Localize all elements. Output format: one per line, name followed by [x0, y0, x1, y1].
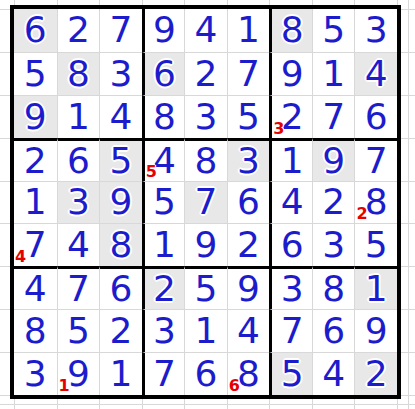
cell-r8c2[interactable]: 5 — [57, 309, 100, 352]
cell-r8c4[interactable]: 3 — [142, 309, 185, 352]
cell-value: 9 — [24, 99, 47, 135]
cell-r3c5[interactable]: 3 — [184, 95, 227, 138]
cell-r4c5[interactable]: 8 — [184, 138, 227, 181]
cell-value: 4 — [195, 12, 218, 48]
page-gridline-h — [0, 404, 415, 405]
cell-r6c7[interactable]: 6 — [269, 223, 312, 266]
cell-r9c4[interactable]: 7 — [142, 352, 185, 395]
cell-value: 1 — [153, 227, 176, 263]
cell-value: 3 — [24, 356, 47, 392]
cell-value: 6 — [322, 313, 345, 349]
cell-value: 8 — [322, 271, 345, 307]
cell-r8c6[interactable]: 4 — [227, 309, 270, 352]
cell-r7c3[interactable]: 6 — [99, 266, 142, 309]
cell-value: 2 — [153, 271, 176, 307]
page-gridline-v — [408, 0, 409, 409]
cell-r8c1[interactable]: 8 — [14, 309, 57, 352]
cell-value: 2 — [24, 143, 47, 179]
cell-r6c3[interactable]: 8 — [99, 223, 142, 266]
annotation-digit: 1 — [59, 378, 70, 394]
cell-value: 5 — [237, 99, 260, 135]
cell-r2c3[interactable]: 3 — [99, 52, 142, 95]
cell-r6c9[interactable]: 5 — [354, 223, 397, 266]
cell-r4c6[interactable]: 3 — [227, 138, 270, 181]
cell-r3c4[interactable]: 8 — [142, 95, 185, 138]
cell-r6c2[interactable]: 4 — [57, 223, 100, 266]
annotation-digit: 4 — [15, 249, 26, 265]
cell-r9c6[interactable]: 86 — [227, 352, 270, 395]
cell-value: 5 — [67, 313, 90, 349]
cell-value: 6 — [281, 227, 304, 263]
annotation-digit: 6 — [229, 378, 240, 394]
cell-r4c9[interactable]: 7 — [354, 138, 397, 181]
cell-value: 7 — [67, 271, 90, 307]
cell-value: 7 — [109, 12, 132, 48]
cell-value: 8 — [281, 12, 304, 48]
cell-value: 6 — [195, 356, 218, 392]
cell-value: 1 — [322, 56, 345, 92]
cell-r5c5[interactable]: 7 — [184, 181, 227, 224]
cell-r8c5[interactable]: 1 — [184, 309, 227, 352]
cell-value: 7 — [365, 143, 388, 179]
cell-value: 8 — [153, 99, 176, 135]
cell-r1c3[interactable]: 7 — [99, 9, 142, 52]
cell-r5c9[interactable]: 82 — [354, 181, 397, 224]
cell-r2c8[interactable]: 1 — [312, 52, 355, 95]
cell-value: 3 — [365, 12, 388, 48]
cell-r6c1[interactable]: 74 — [14, 223, 57, 266]
cell-r9c2[interactable]: 91 — [57, 352, 100, 395]
cell-value: 8 — [365, 184, 388, 220]
cell-r1c9[interactable]: 3 — [354, 9, 397, 52]
cell-r3c1[interactable]: 9 — [14, 95, 57, 138]
cell-value: 4 — [67, 227, 90, 263]
annotation-digit: 5 — [146, 164, 157, 180]
cell-r7c7[interactable]: 3 — [269, 266, 312, 309]
cell-r4c8[interactable]: 9 — [312, 138, 355, 181]
cell-r7c8[interactable]: 8 — [312, 266, 355, 309]
sudoku-page: 6279418535836279149148352376265458319713… — [0, 0, 415, 409]
cell-r7c4[interactable]: 2 — [142, 266, 185, 309]
cell-value: 1 — [365, 271, 388, 307]
cell-r2c2[interactable]: 8 — [57, 52, 100, 95]
cell-value: 4 — [237, 313, 260, 349]
cell-value: 1 — [281, 143, 304, 179]
cell-r7c2[interactable]: 7 — [57, 266, 100, 309]
cell-r7c6[interactable]: 9 — [227, 266, 270, 309]
cell-r1c1[interactable]: 6 — [14, 9, 57, 52]
cell-r8c9[interactable]: 9 — [354, 309, 397, 352]
cell-value: 5 — [322, 12, 345, 48]
cell-r1c7[interactable]: 8 — [269, 9, 312, 52]
cell-r6c5[interactable]: 9 — [184, 223, 227, 266]
cell-r1c5[interactable]: 4 — [184, 9, 227, 52]
cell-r5c4[interactable]: 5 — [142, 181, 185, 224]
cell-r5c2[interactable]: 3 — [57, 181, 100, 224]
cell-value: 5 — [365, 227, 388, 263]
cell-r2c6[interactable]: 7 — [227, 52, 270, 95]
cell-r9c8[interactable]: 4 — [312, 352, 355, 395]
cell-r9c5[interactable]: 6 — [184, 352, 227, 395]
cell-value: 2 — [237, 227, 260, 263]
cell-r7c5[interactable]: 5 — [184, 266, 227, 309]
cell-value: 6 — [109, 271, 132, 307]
cell-value: 6 — [67, 143, 90, 179]
cell-r3c9[interactable]: 6 — [354, 95, 397, 138]
annotation-digit: 2 — [356, 206, 367, 222]
cell-r6c8[interactable]: 3 — [312, 223, 355, 266]
cell-r2c1[interactable]: 5 — [14, 52, 57, 95]
cell-value: 3 — [281, 271, 304, 307]
cell-value: 5 — [153, 184, 176, 220]
cell-r6c4[interactable]: 1 — [142, 223, 185, 266]
cell-r2c4[interactable]: 6 — [142, 52, 185, 95]
cell-value: 9 — [153, 12, 176, 48]
cell-value: 9 — [109, 184, 132, 220]
cell-r1c6[interactable]: 1 — [227, 9, 270, 52]
cell-r9c3[interactable]: 1 — [99, 352, 142, 395]
cell-value: 1 — [195, 313, 218, 349]
cell-value: 5 — [195, 271, 218, 307]
cell-value: 4 — [365, 56, 388, 92]
cell-r5c3[interactable]: 9 — [99, 181, 142, 224]
cell-value: 4 — [24, 271, 47, 307]
cell-r4c1[interactable]: 2 — [14, 138, 57, 181]
cell-value: 5 — [24, 56, 47, 92]
cell-value: 5 — [281, 356, 304, 392]
cell-r7c9[interactable]: 1 — [354, 266, 397, 309]
cell-value: 8 — [24, 313, 47, 349]
cell-value: 8 — [237, 356, 260, 392]
cell-value: 3 — [322, 227, 345, 263]
cell-value: 7 — [281, 313, 304, 349]
cell-r6c6[interactable]: 2 — [227, 223, 270, 266]
cell-r8c7[interactable]: 7 — [269, 309, 312, 352]
cell-value: 4 — [281, 184, 304, 220]
cell-r9c1[interactable]: 3 — [14, 352, 57, 395]
cell-r4c3[interactable]: 5 — [99, 138, 142, 181]
annotation-digit: 3 — [273, 121, 284, 137]
cell-value: 4 — [109, 99, 132, 135]
cell-r8c3[interactable]: 2 — [99, 309, 142, 352]
cell-r3c7[interactable]: 23 — [269, 95, 312, 138]
cell-r5c8[interactable]: 2 — [312, 181, 355, 224]
cell-r2c9[interactable]: 4 — [354, 52, 397, 95]
cell-r5c7[interactable]: 4 — [269, 181, 312, 224]
cell-value: 3 — [67, 184, 90, 220]
cell-value: 7 — [322, 99, 345, 135]
cell-r4c4[interactable]: 45 — [142, 138, 185, 181]
cell-r9c7[interactable]: 5 — [269, 352, 312, 395]
cell-value: 2 — [365, 356, 388, 392]
cell-r3c2[interactable]: 1 — [57, 95, 100, 138]
cell-value: 3 — [153, 313, 176, 349]
cell-value: 2 — [322, 184, 345, 220]
cell-r4c2[interactable]: 6 — [57, 138, 100, 181]
cell-r7c1[interactable]: 4 — [14, 266, 57, 309]
cell-r5c6[interactable]: 6 — [227, 181, 270, 224]
cell-value: 1 — [109, 356, 132, 392]
cell-value: 3 — [195, 99, 218, 135]
cell-value: 9 — [67, 356, 90, 392]
cell-value: 6 — [365, 99, 388, 135]
cell-r1c4[interactable]: 9 — [142, 9, 185, 52]
cell-r2c7[interactable]: 9 — [269, 52, 312, 95]
sudoku-board: 6279418535836279149148352376265458319713… — [10, 5, 401, 399]
cell-value: 6 — [153, 56, 176, 92]
cell-value: 1 — [237, 12, 260, 48]
cell-value: 6 — [24, 12, 47, 48]
cell-value: 8 — [67, 56, 90, 92]
cell-value: 7 — [153, 356, 176, 392]
cell-r3c3[interactable]: 4 — [99, 95, 142, 138]
cell-value: 9 — [281, 56, 304, 92]
cell-r2c5[interactable]: 2 — [184, 52, 227, 95]
cell-value: 1 — [24, 184, 47, 220]
cell-value: 2 — [67, 12, 90, 48]
cell-value: 1 — [67, 99, 90, 135]
cell-value: 9 — [195, 227, 218, 263]
cell-value: 5 — [109, 143, 132, 179]
cell-value: 7 — [237, 56, 260, 92]
cell-value: 9 — [237, 271, 260, 307]
cell-value: 8 — [195, 143, 218, 179]
cell-r1c2[interactable]: 2 — [57, 9, 100, 52]
cell-value: 3 — [109, 56, 132, 92]
cell-value: 8 — [109, 227, 132, 263]
cell-value: 6 — [237, 184, 260, 220]
cell-r4c7[interactable]: 1 — [269, 138, 312, 181]
cell-value: 9 — [322, 143, 345, 179]
cell-value: 3 — [237, 143, 260, 179]
cell-r1c8[interactable]: 5 — [312, 9, 355, 52]
cell-value: 7 — [24, 227, 47, 263]
cell-value: 2 — [195, 56, 218, 92]
cell-r8c8[interactable]: 6 — [312, 309, 355, 352]
cell-value: 2 — [109, 313, 132, 349]
cell-r5c1[interactable]: 1 — [14, 181, 57, 224]
cell-r3c8[interactable]: 7 — [312, 95, 355, 138]
cell-r9c9[interactable]: 2 — [354, 352, 397, 395]
cell-r3c6[interactable]: 5 — [227, 95, 270, 138]
cell-value: 7 — [195, 184, 218, 220]
cell-value: 4 — [322, 356, 345, 392]
cell-value: 9 — [365, 313, 388, 349]
